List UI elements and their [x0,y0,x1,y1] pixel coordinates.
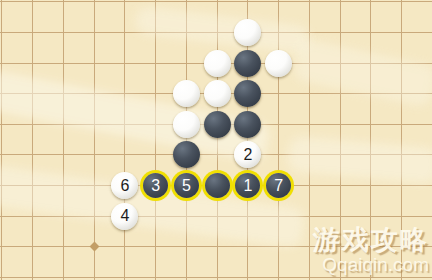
white-stone[interactable] [265,50,292,77]
white-stone-move-2[interactable]: 2 [234,141,261,168]
white-stone-move-4[interactable]: 4 [111,203,138,230]
black-stone[interactable] [234,80,261,107]
move-number-label: 2 [244,147,253,163]
star-point [89,242,99,252]
black-stone-highlighted[interactable] [205,173,230,198]
move-number-label: 1 [244,178,253,194]
black-stone[interactable] [204,111,231,138]
move-number-label: 5 [182,178,191,194]
move-number-label: 4 [121,208,130,224]
black-stone-move-1-highlighted[interactable]: 1 [235,173,260,198]
black-stone[interactable] [173,141,200,168]
gomoku-board-screen: 2635174 游戏攻略 Qqaiqin.com [0,0,432,280]
board-grid[interactable]: 2635174 [0,0,432,280]
white-stone[interactable] [173,111,200,138]
black-stone-move-7-highlighted[interactable]: 7 [266,173,291,198]
white-stone[interactable] [204,50,231,77]
black-stone[interactable] [234,111,261,138]
black-stone[interactable] [234,50,261,77]
black-stone-move-5-highlighted[interactable]: 5 [174,173,199,198]
white-stone[interactable] [234,19,261,46]
black-stone-move-3-highlighted[interactable]: 3 [143,173,168,198]
white-stone-move-6[interactable]: 6 [111,172,138,199]
white-stone[interactable] [204,80,231,107]
white-stone[interactable] [173,80,200,107]
move-number-label: 6 [121,178,130,194]
move-number-label: 3 [151,178,160,194]
move-number-label: 7 [274,178,283,194]
